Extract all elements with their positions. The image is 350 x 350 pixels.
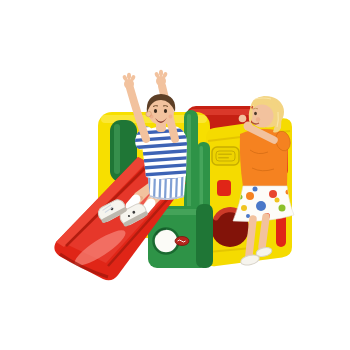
little-tikes-badge [175,237,189,246]
red-hold-square [217,180,231,196]
girl-leg [262,217,266,247]
product-photo: Two children playing on a colourful juni… [0,0,350,350]
green-base-corner-post [196,204,213,268]
activity-gym-illustration [0,0,350,350]
girl-leg [249,219,253,255]
embossed-nameplate [212,147,239,165]
green-post-left-highlight [114,124,120,174]
